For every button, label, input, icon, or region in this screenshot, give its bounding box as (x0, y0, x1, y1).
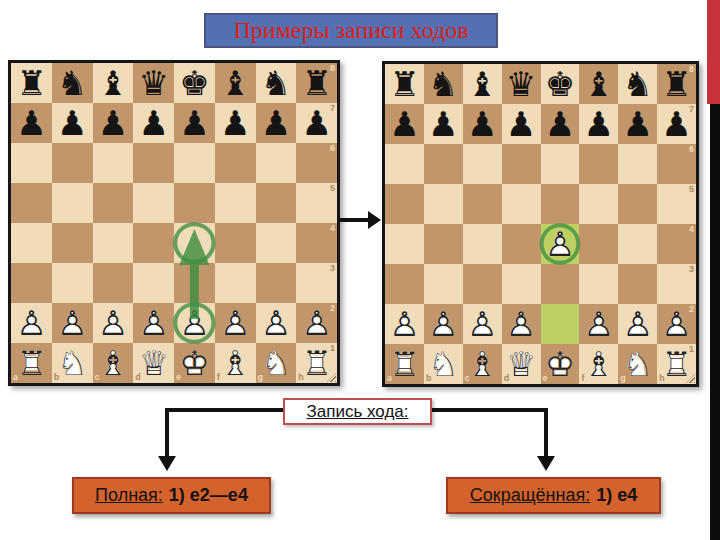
square-c1: ♝♗c (93, 343, 134, 383)
square-e8: ♚ (541, 64, 580, 104)
piece-white-pawn: ♟♙ (463, 304, 502, 344)
square-h5: 5 (657, 184, 696, 224)
square-c6 (463, 144, 502, 184)
square-g3 (618, 264, 657, 304)
square-d6 (502, 144, 541, 184)
square-c4 (463, 224, 502, 264)
file-label-g: g (258, 373, 264, 382)
chessboard-after: ♜♞♝♛♚♝♞♜8♟♟♟♟♟♟♟♟765♟♙43♟♙♟♙♟♙♟♙♟♙♟♙♟♙2♜… (382, 61, 699, 387)
piece-white-pawn: ♟♙ (133, 303, 174, 343)
square-c4 (93, 223, 134, 263)
piece-black-queen: ♛ (133, 63, 174, 103)
full-notation-moves: 1) e2—e4 (169, 485, 248, 506)
square-a7: ♟ (11, 103, 52, 143)
square-c3 (463, 264, 502, 304)
file-label-g: g (620, 374, 626, 383)
square-h3: 3 (296, 263, 337, 303)
square-g8: ♞ (618, 64, 657, 104)
piece-white-pawn: ♟♙ (52, 303, 93, 343)
square-h8: ♜8 (657, 64, 696, 104)
piece-black-knight: ♞ (256, 63, 297, 103)
square-f3 (579, 264, 618, 304)
square-e8: ♚ (174, 63, 215, 103)
arrow-right-icon (338, 206, 382, 234)
rank-label-8: 8 (330, 64, 335, 73)
square-d8: ♛ (502, 64, 541, 104)
square-g7: ♟ (618, 104, 657, 144)
piece-white-pawn: ♟♙ (424, 304, 463, 344)
file-label-d: d (504, 374, 510, 383)
square-d3 (133, 263, 174, 303)
square-c7: ♟ (93, 103, 134, 143)
square-f8: ♝ (579, 64, 618, 104)
square-a5 (11, 183, 52, 223)
square-e4 (174, 223, 215, 263)
square-d8: ♛ (133, 63, 174, 103)
rank-label-6: 6 (330, 144, 335, 153)
piece-white-pawn: ♟♙ (11, 303, 52, 343)
piece-black-bishop: ♝ (93, 63, 134, 103)
piece-black-pawn: ♟ (579, 104, 618, 144)
rank-label-4: 4 (689, 225, 694, 234)
square-a1: ♜♖a (11, 343, 52, 383)
piece-white-pawn: ♟♙ (579, 304, 618, 344)
square-a6 (385, 144, 424, 184)
rank-label-6: 6 (689, 145, 694, 154)
square-a4 (385, 224, 424, 264)
square-e5 (174, 183, 215, 223)
square-f4 (579, 224, 618, 264)
piece-black-pawn: ♟ (618, 104, 657, 144)
square-a3 (11, 263, 52, 303)
square-b3 (424, 264, 463, 304)
square-d1: ♛♕d (133, 343, 174, 383)
square-a8: ♜ (11, 63, 52, 103)
square-g4 (618, 224, 657, 264)
piece-black-knight: ♞ (424, 64, 463, 104)
move-notation-label-text: Запись хода: (307, 402, 409, 422)
rank-label-5: 5 (689, 185, 694, 194)
square-d5 (502, 184, 541, 224)
square-b4 (52, 223, 93, 263)
piece-black-rook: ♜ (11, 63, 52, 103)
rank-label-2: 2 (689, 305, 694, 314)
rank-label-4: 4 (330, 224, 335, 233)
square-a2: ♟♙ (385, 304, 424, 344)
file-label-h: h (298, 373, 304, 382)
square-b5 (52, 183, 93, 223)
square-f4 (215, 223, 256, 263)
square-f1: ♝♗f (579, 344, 618, 384)
rank-label-7: 7 (689, 105, 694, 114)
file-label-f: f (217, 373, 220, 382)
square-g2: ♟♙ (618, 304, 657, 344)
square-b2: ♟♙ (424, 304, 463, 344)
square-g8: ♞ (256, 63, 297, 103)
square-b4 (424, 224, 463, 264)
piece-black-king: ♚ (174, 63, 215, 103)
file-label-e: e (176, 373, 181, 382)
piece-black-pawn: ♟ (215, 103, 256, 143)
file-label-b: b (54, 373, 60, 382)
square-f6 (579, 144, 618, 184)
piece-black-bishop: ♝ (463, 64, 502, 104)
square-c5 (93, 183, 134, 223)
square-f8: ♝ (215, 63, 256, 103)
square-h5: 5 (296, 183, 337, 223)
square-f6 (215, 143, 256, 183)
square-g5 (256, 183, 297, 223)
square-e7: ♟ (541, 104, 580, 144)
piece-black-pawn: ♟ (463, 104, 502, 144)
square-b7: ♟ (52, 103, 93, 143)
square-b6 (424, 144, 463, 184)
square-e7: ♟ (174, 103, 215, 143)
piece-black-pawn: ♟ (52, 103, 93, 143)
square-g1: ♞♘g (256, 343, 297, 383)
square-a1: ♜♖a (385, 344, 424, 384)
square-c7: ♟ (463, 104, 502, 144)
square-g6 (256, 143, 297, 183)
transition-arrow-icon (338, 206, 382, 234)
square-h6: 6 (657, 144, 696, 184)
square-a8: ♜ (385, 64, 424, 104)
square-f2: ♟♙ (579, 304, 618, 344)
square-d6 (133, 143, 174, 183)
square-h7: ♟7 (296, 103, 337, 143)
square-c5 (463, 184, 502, 224)
square-c8: ♝ (463, 64, 502, 104)
piece-white-pawn: ♟♙ (256, 303, 297, 343)
piece-black-pawn: ♟ (133, 103, 174, 143)
piece-white-pawn: ♟♙ (174, 303, 215, 343)
bracket-vertical-line-right (544, 408, 548, 458)
page-title: Примеры записи ходов (204, 13, 498, 48)
full-notation-label: Полная: (95, 485, 163, 506)
piece-white-pawn: ♟♙ (215, 303, 256, 343)
rank-label-2: 2 (330, 304, 335, 313)
square-f7: ♟ (215, 103, 256, 143)
square-b1: ♞♘b (424, 344, 463, 384)
square-h6: 6 (296, 143, 337, 183)
square-g4 (256, 223, 297, 263)
file-label-c: c (465, 374, 470, 383)
piece-black-pawn: ♟ (256, 103, 297, 143)
file-label-c: c (95, 373, 100, 382)
file-label-f: f (581, 374, 584, 383)
piece-black-knight: ♞ (52, 63, 93, 103)
square-b5 (424, 184, 463, 224)
square-f3 (215, 263, 256, 303)
rank-label-3: 3 (330, 264, 335, 273)
square-h3: 3 (657, 264, 696, 304)
square-d3 (502, 264, 541, 304)
piece-white-pawn: ♟♙ (541, 224, 580, 264)
full-notation-box: Полная: 1) e2—e4 (72, 477, 271, 514)
rank-label-1: 1 (330, 344, 335, 353)
square-e4: ♟♙ (541, 224, 580, 264)
piece-white-pawn: ♟♙ (385, 304, 424, 344)
square-h1: ♜♖h1 (657, 344, 696, 384)
square-c1: ♝♗c (463, 344, 502, 384)
short-notation-moves: 1) e4 (596, 485, 637, 506)
square-b3 (52, 263, 93, 303)
short-notation-label: Сокращённая: (470, 485, 590, 506)
board-grid-after: ♜♞♝♛♚♝♞♜8♟♟♟♟♟♟♟♟765♟♙43♟♙♟♙♟♙♟♙♟♙♟♙♟♙2♜… (385, 64, 696, 384)
file-label-a: a (13, 373, 18, 382)
slide: Примеры записи ходов ♜♞♝♛♚♝♞♜8♟♟♟♟♟♟♟♟76… (0, 0, 720, 540)
square-e2: ♟♙ (174, 303, 215, 343)
sidebar-red-bar (707, 0, 720, 104)
square-h1: ♜♖h1 (296, 343, 337, 383)
square-a4 (11, 223, 52, 263)
square-e1: ♚♔e (541, 344, 580, 384)
rank-label-8: 8 (689, 65, 694, 74)
square-e1: ♚♔e (174, 343, 215, 383)
square-h7: ♟7 (657, 104, 696, 144)
piece-black-rook: ♜ (385, 64, 424, 104)
piece-black-pawn: ♟ (93, 103, 134, 143)
square-d5 (133, 183, 174, 223)
piece-white-pawn: ♟♙ (93, 303, 134, 343)
square-b8: ♞ (424, 64, 463, 104)
square-d2: ♟♙ (133, 303, 174, 343)
square-d4 (502, 224, 541, 264)
square-a2: ♟♙ (11, 303, 52, 343)
sidebar-black-bar (710, 104, 720, 540)
square-c3 (93, 263, 134, 303)
bracket-vertical-line-left (165, 408, 169, 458)
arrow-down-icon-left (158, 456, 176, 471)
square-f1: ♝♗f (215, 343, 256, 383)
square-a7: ♟ (385, 104, 424, 144)
square-a5 (385, 184, 424, 224)
piece-black-pawn: ♟ (11, 103, 52, 143)
square-c2: ♟♙ (93, 303, 134, 343)
square-c6 (93, 143, 134, 183)
piece-black-knight: ♞ (618, 64, 657, 104)
square-h2: ♟♙2 (296, 303, 337, 343)
square-g1: ♞♘g (618, 344, 657, 384)
square-d1: ♛♕d (502, 344, 541, 384)
square-a3 (385, 264, 424, 304)
square-b1: ♞♘b (52, 343, 93, 383)
square-b8: ♞ (52, 63, 93, 103)
piece-black-queen: ♛ (502, 64, 541, 104)
square-e3 (174, 263, 215, 303)
square-h4: 4 (296, 223, 337, 263)
square-f2: ♟♙ (215, 303, 256, 343)
file-label-e: e (543, 374, 548, 383)
square-d7: ♟ (502, 104, 541, 144)
file-label-d: d (135, 373, 141, 382)
square-h2: ♟♙2 (657, 304, 696, 344)
square-e6 (541, 144, 580, 184)
square-c2: ♟♙ (463, 304, 502, 344)
piece-black-pawn: ♟ (424, 104, 463, 144)
rank-label-5: 5 (330, 184, 335, 193)
file-label-a: a (387, 374, 392, 383)
square-d7: ♟ (133, 103, 174, 143)
square-h4: 4 (657, 224, 696, 264)
piece-white-bishop: ♝♗ (215, 343, 256, 383)
page-title-text: Примеры записи ходов (233, 17, 468, 44)
piece-black-pawn: ♟ (385, 104, 424, 144)
square-d4 (133, 223, 174, 263)
piece-black-pawn: ♟ (541, 104, 580, 144)
square-f5 (215, 183, 256, 223)
piece-black-pawn: ♟ (174, 103, 215, 143)
chessboard-before: ♜♞♝♛♚♝♞♜8♟♟♟♟♟♟♟♟76543♟♙♟♙♟♙♟♙♟♙♟♙♟♙♟♙2♜… (8, 60, 340, 386)
square-h8: ♜8 (296, 63, 337, 103)
file-label-b: b (426, 374, 432, 383)
move-notation-label: Запись хода: (283, 398, 432, 425)
square-e3 (541, 264, 580, 304)
square-c8: ♝ (93, 63, 134, 103)
square-g2: ♟♙ (256, 303, 297, 343)
square-e2 (541, 304, 580, 344)
square-g6 (618, 144, 657, 184)
piece-white-bishop: ♝♗ (579, 344, 618, 384)
rank-label-3: 3 (689, 265, 694, 274)
square-g3 (256, 263, 297, 303)
square-f7: ♟ (579, 104, 618, 144)
short-notation-box: Сокращённая: 1) e4 (446, 477, 661, 514)
rank-label-1: 1 (689, 345, 694, 354)
square-b6 (52, 143, 93, 183)
piece-white-pawn: ♟♙ (502, 304, 541, 344)
square-a6 (11, 143, 52, 183)
square-g7: ♟ (256, 103, 297, 143)
square-b7: ♟ (424, 104, 463, 144)
arrow-down-icon-right (537, 456, 555, 471)
square-e5 (541, 184, 580, 224)
rank-label-7: 7 (330, 104, 335, 113)
square-d2: ♟♙ (502, 304, 541, 344)
square-f5 (579, 184, 618, 224)
piece-white-pawn: ♟♙ (618, 304, 657, 344)
piece-black-king: ♚ (541, 64, 580, 104)
piece-black-bishop: ♝ (215, 63, 256, 103)
file-label-h: h (659, 374, 665, 383)
square-e6 (174, 143, 215, 183)
piece-black-pawn: ♟ (502, 104, 541, 144)
board-grid-before: ♜♞♝♛♚♝♞♜8♟♟♟♟♟♟♟♟76543♟♙♟♙♟♙♟♙♟♙♟♙♟♙♟♙2♜… (11, 63, 337, 383)
piece-black-bishop: ♝ (579, 64, 618, 104)
square-g5 (618, 184, 657, 224)
square-b2: ♟♙ (52, 303, 93, 343)
